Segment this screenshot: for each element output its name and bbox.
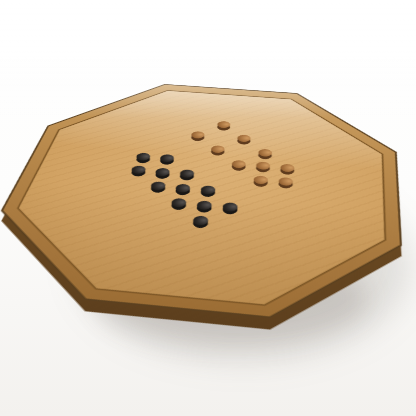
board-square-dark[interactable] [227,162,251,176]
board-square-dark[interactable] [127,168,151,182]
checker-p-mid [235,136,254,146]
checker-black-man[interactable] [158,158,177,169]
board-square-dark[interactable] [160,144,183,157]
checker-black-man[interactable] [129,169,148,180]
board-square-dark[interactable] [206,147,229,160]
checker-p-mid [129,167,148,178]
board-square-light[interactable] [216,154,240,167]
checker-wood-man[interactable] [215,124,233,133]
checker-p-mid [278,165,298,176]
board-square-light[interactable] [264,158,288,171]
board-square-light[interactable] [146,149,169,162]
board-square-light[interactable] [196,140,219,153]
checker-wood-man[interactable] [235,138,253,148]
checker-p-mid [157,156,176,167]
checker-p-top [153,166,172,177]
checker-p-base [134,156,153,167]
tabletop-maple-field [0,59,416,378]
checker-wood-man[interactable] [253,165,272,176]
checker-black-man[interactable] [134,156,153,167]
board-square-light[interactable] [141,162,165,176]
checker-p-top [229,159,248,170]
checker-p-mid [153,169,172,180]
checker-p-mid [208,147,227,157]
board-square-dark[interactable] [203,160,227,173]
checker-p-base [215,125,233,134]
board-square-light[interactable] [219,142,242,155]
table-scene [0,0,416,388]
checker-wood-man[interactable] [189,134,207,144]
board-square-light[interactable] [189,166,213,180]
board-square-light[interactable] [200,128,223,140]
board-square-light[interactable] [240,156,264,169]
checker-wood-man[interactable] [229,163,248,174]
board-square-dark[interactable] [132,155,156,168]
octagonal-tabletop [0,50,416,401]
checker-p-top [209,144,228,154]
checker-p-top [189,130,207,140]
board-square-light[interactable] [169,151,192,164]
checker-p-top [177,168,197,179]
checker-p-top [256,147,275,157]
checker-wood-man[interactable] [209,148,228,158]
board-square-dark[interactable] [183,145,206,158]
board-square-dark[interactable] [155,156,179,169]
board-square-dark[interactable] [209,135,232,147]
checker-p-top [235,133,254,143]
board-square-light[interactable] [243,144,266,157]
checker-p-top [215,120,233,129]
checker-p-mid [253,163,272,174]
checker-p-base [189,135,207,145]
board-square-dark[interactable] [179,158,203,171]
checker-p-mid [189,132,207,142]
checker-p-base [229,164,248,175]
board-square-light[interactable] [222,130,245,142]
board-square-dark[interactable] [213,123,235,135]
checker-p-top [253,161,272,172]
checker-p-mid [215,122,233,131]
checker-p-base [129,170,148,181]
checker-p-base [157,158,176,169]
checker-p-base [234,138,253,148]
board-square-dark[interactable] [187,133,210,145]
board-square-light[interactable] [173,138,196,150]
board-square-light[interactable] [117,160,141,173]
board-square-light[interactable] [193,153,217,166]
checker-p-mid [134,154,153,165]
checker-p-mid [256,150,275,160]
checker-p-top [158,153,177,164]
checker-p-mid [229,161,248,172]
checker-p-top [129,164,148,175]
checker-p-top [134,151,153,162]
checker-p-base [208,149,227,159]
board-square-dark[interactable] [230,149,254,162]
checker-wood-man[interactable] [256,152,275,162]
checker-p-top [278,162,298,173]
checker-p-base [255,153,274,163]
board-square-dark[interactable] [253,151,277,164]
photo-background [0,0,416,416]
board-square-dark[interactable] [232,137,255,149]
board-square-light[interactable] [213,168,237,182]
checker-wood-man[interactable] [277,167,297,178]
